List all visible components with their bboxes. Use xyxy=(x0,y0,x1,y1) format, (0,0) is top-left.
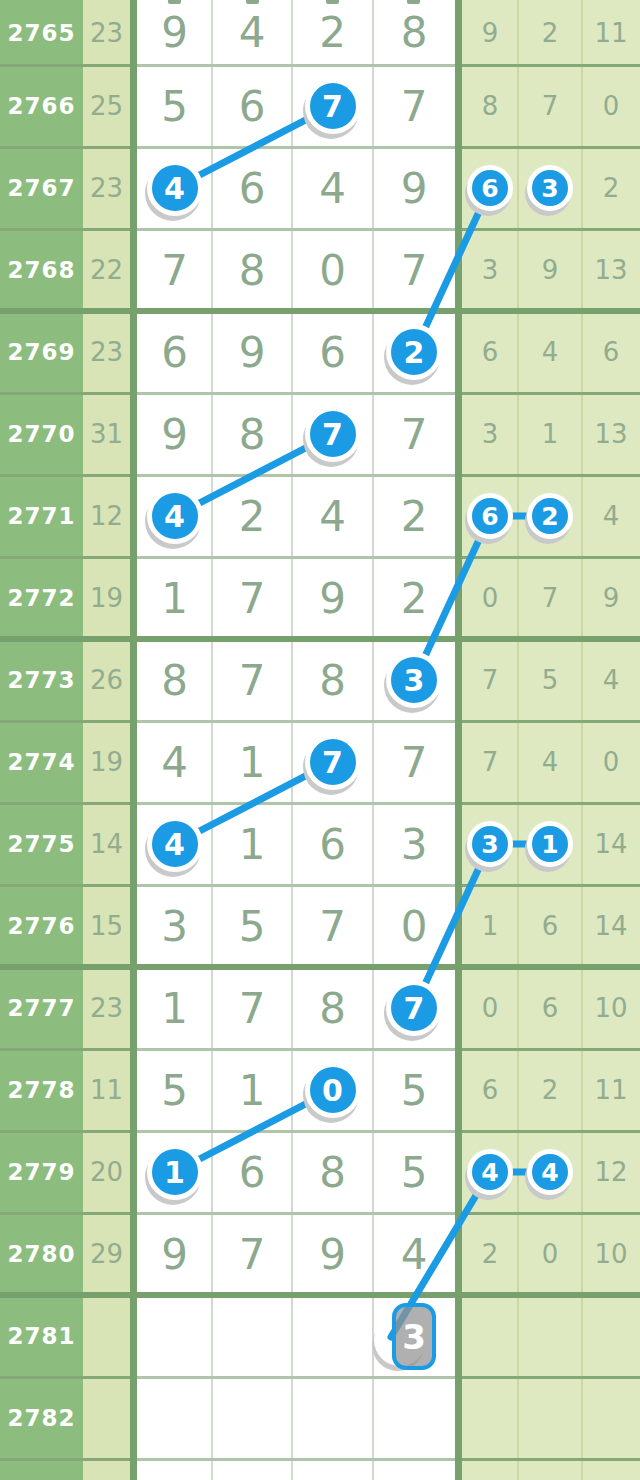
sum-value: 25 xyxy=(83,65,130,147)
digit-cell[interactable]: 5 xyxy=(212,885,292,967)
digit-cell[interactable]: 9 xyxy=(373,147,455,229)
stat-cell[interactable] xyxy=(582,1377,640,1459)
stat-cell[interactable]: 6 xyxy=(462,1049,518,1131)
digit-cell[interactable]: 0 xyxy=(373,885,455,967)
digit-cell[interactable]: 8 xyxy=(212,229,292,311)
stat-cell[interactable]: 0 xyxy=(582,65,640,147)
stat-cell[interactable] xyxy=(462,1295,518,1377)
digit-cell[interactable]: 2 xyxy=(212,475,292,557)
digit-cell[interactable]: 9 xyxy=(292,1213,373,1295)
sum-value: 23 xyxy=(83,0,130,65)
period-label: 2776 xyxy=(0,885,83,967)
highlight-circle[interactable]: 4 xyxy=(147,816,203,872)
stat-cell[interactable]: 6 xyxy=(462,311,518,393)
digit-cell[interactable]: 4 xyxy=(373,1213,455,1295)
digit-cell[interactable]: 6 xyxy=(212,1131,292,1213)
stat-cell[interactable]: 0 xyxy=(518,1213,582,1295)
sum-value: 22 xyxy=(83,229,130,311)
stat-cell[interactable]: 4 xyxy=(518,311,582,393)
digit-cell[interactable]: 6 xyxy=(212,65,292,147)
digit-cell[interactable]: 6 xyxy=(292,311,373,393)
period-label: 2769 xyxy=(0,311,83,393)
period-label: 2777 xyxy=(0,967,83,1049)
highlight-circle[interactable]: 0 xyxy=(305,1062,361,1118)
digit-cell[interactable]: 1 xyxy=(212,1049,292,1131)
stat-cell[interactable]: 2 xyxy=(462,1213,518,1295)
digit-cell[interactable]: 2 xyxy=(292,0,373,65)
period-label: 2766 xyxy=(0,65,83,147)
left-thick-border xyxy=(130,0,137,1480)
highlight-circle[interactable]: 7 xyxy=(305,78,361,134)
digit-cell[interactable]: 7 xyxy=(373,393,455,475)
digit-cell[interactable]: 8 xyxy=(292,639,373,721)
stat-cell[interactable]: 9 xyxy=(462,0,518,65)
highlight-circle[interactable]: 7 xyxy=(305,734,361,790)
digit-cell[interactable]: 9 xyxy=(137,0,212,65)
digit-cell[interactable]: 7 xyxy=(212,639,292,721)
digit-cell[interactable] xyxy=(373,1377,455,1459)
digit-cell[interactable]: 7 xyxy=(373,721,455,803)
period-label: 2779 xyxy=(0,1131,83,1213)
digit-cell[interactable]: 5 xyxy=(373,1049,455,1131)
digit-cell[interactable]: 0 xyxy=(292,229,373,311)
stat-cell[interactable]: 4 xyxy=(582,639,640,721)
stat-cell[interactable]: 1 xyxy=(462,885,518,967)
digit-cell[interactable]: 8 xyxy=(292,967,373,1049)
digit-cell[interactable]: 5 xyxy=(137,1049,212,1131)
digit-cell[interactable]: 4 xyxy=(212,0,292,65)
stat-cell[interactable]: 7 xyxy=(518,557,582,639)
stat-cell[interactable]: 11 xyxy=(582,0,640,65)
digit-cell[interactable]: 9 xyxy=(212,311,292,393)
sum-value xyxy=(83,1295,130,1377)
stat-cell[interactable] xyxy=(518,1295,582,1377)
digit-cell[interactable]: 6 xyxy=(212,147,292,229)
digit-cell[interactable]: 7 xyxy=(373,65,455,147)
digit-cell[interactable]: 1 xyxy=(137,967,212,1049)
digit-cell[interactable]: 2 xyxy=(373,475,455,557)
period-label: 2770 xyxy=(0,393,83,475)
highlight-circle[interactable]: 4 xyxy=(147,488,203,544)
stat-cell[interactable]: 2 xyxy=(518,1049,582,1131)
sum-value: 12 xyxy=(83,475,130,557)
sum-value: 23 xyxy=(83,967,130,1049)
digit-cell[interactable]: 2 xyxy=(373,557,455,639)
digit-cell[interactable]: 7 xyxy=(212,557,292,639)
digit-cell[interactable]: 8 xyxy=(373,0,455,65)
digit-cell[interactable]: 8 xyxy=(292,1131,373,1213)
digit-cell[interactable] xyxy=(137,1377,212,1459)
highlight-circle[interactable]: 1 xyxy=(527,821,573,867)
period-label: 2778 xyxy=(0,1049,83,1131)
digit-cell[interactable]: 9 xyxy=(292,557,373,639)
highlight-circle[interactable]: 4 xyxy=(467,1149,513,1195)
stat-cell[interactable]: 0 xyxy=(462,557,518,639)
digit-cell[interactable]: 6 xyxy=(292,803,373,885)
stat-cell[interactable]: 6 xyxy=(518,967,582,1049)
pending-selection-cell[interactable]: 3 xyxy=(392,1303,436,1370)
stat-cell[interactable]: 2 xyxy=(582,147,640,229)
stat-cell[interactable]: 3 xyxy=(462,229,518,311)
digit-cell[interactable]: 9 xyxy=(137,1213,212,1295)
highlight-circle[interactable]: 7 xyxy=(305,406,361,462)
highlight-circle[interactable]: 3 xyxy=(527,165,573,211)
stat-cell[interactable]: 14 xyxy=(582,885,640,967)
trend-chart-board: 2765239428921127662556778702767234649632… xyxy=(0,0,640,1480)
digit-cell[interactable]: 9 xyxy=(137,393,212,475)
period-label: 2773 xyxy=(0,639,83,721)
sum-value: 23 xyxy=(83,311,130,393)
right-thick-border xyxy=(455,0,462,1480)
digit-cell[interactable]: 3 xyxy=(373,803,455,885)
stat-cell[interactable] xyxy=(462,1377,518,1459)
stat-cell[interactable]: 10 xyxy=(582,967,640,1049)
highlight-circle[interactable]: 3 xyxy=(467,821,513,867)
period-label: 2782 xyxy=(0,1377,83,1459)
highlight-circle[interactable]: 7 xyxy=(386,980,442,1036)
digit-cell[interactable]: 5 xyxy=(137,65,212,147)
digit-cell[interactable] xyxy=(212,1295,292,1377)
digit-cell[interactable]: 8 xyxy=(137,639,212,721)
digit-cell[interactable]: 1 xyxy=(137,557,212,639)
stat-cell[interactable]: 3 xyxy=(462,393,518,475)
highlight-circle[interactable]: 6 xyxy=(467,165,513,211)
digit-cell[interactable] xyxy=(292,1295,373,1377)
sum-value: 19 xyxy=(83,721,130,803)
stat-cell[interactable] xyxy=(582,1295,640,1377)
stat-cell[interactable]: 9 xyxy=(582,557,640,639)
sum-value xyxy=(83,1377,130,1459)
stat-cell[interactable]: 0 xyxy=(582,721,640,803)
sum-value: 26 xyxy=(83,639,130,721)
period-label: 2772 xyxy=(0,557,83,639)
stat-cell[interactable]: 12 xyxy=(582,1131,640,1213)
stat-cell[interactable]: 14 xyxy=(582,803,640,885)
sum-value: 20 xyxy=(83,1131,130,1213)
stat-cell[interactable] xyxy=(518,1377,582,1459)
sum-value: 14 xyxy=(83,803,130,885)
digit-cell[interactable]: 7 xyxy=(212,967,292,1049)
digit-cell[interactable]: 6 xyxy=(137,311,212,393)
stat-cell[interactable]: 6 xyxy=(582,311,640,393)
stat-cell[interactable]: 4 xyxy=(518,721,582,803)
highlight-circle[interactable]: 3 xyxy=(386,652,442,708)
digit-cell[interactable]: 7 xyxy=(373,229,455,311)
stat-cell[interactable]: 1 xyxy=(518,393,582,475)
sum-value: 11 xyxy=(83,1049,130,1131)
digit-cell[interactable]: 1 xyxy=(212,803,292,885)
stat-cell[interactable]: 5 xyxy=(518,639,582,721)
highlight-circle[interactable]: 4 xyxy=(527,1149,573,1195)
period-label: 2767 xyxy=(0,147,83,229)
stat-cell[interactable]: 13 xyxy=(582,229,640,311)
digit-cell[interactable] xyxy=(212,1377,292,1459)
highlight-circle[interactable]: 2 xyxy=(386,324,442,380)
highlight-circle[interactable]: 1 xyxy=(147,1144,203,1200)
period-label: 2781 xyxy=(0,1295,83,1377)
digit-cell[interactable]: 4 xyxy=(292,475,373,557)
digit-cell[interactable]: 4 xyxy=(137,721,212,803)
stat-cell[interactable]: 11 xyxy=(582,1049,640,1131)
digit-cell[interactable] xyxy=(137,1295,212,1377)
sum-value: 19 xyxy=(83,557,130,639)
sum-value: 31 xyxy=(83,393,130,475)
digit-cell[interactable]: 3 xyxy=(137,885,212,967)
stat-cell[interactable]: 7 xyxy=(518,65,582,147)
highlight-circle[interactable]: 2 xyxy=(527,493,573,539)
digit-cell[interactable]: 7 xyxy=(212,1213,292,1295)
stat-cell[interactable]: 13 xyxy=(582,393,640,475)
digit-cell[interactable]: 5 xyxy=(373,1131,455,1213)
period-label: 2771 xyxy=(0,475,83,557)
digit-cell[interactable]: 4 xyxy=(292,147,373,229)
period-label: 2768 xyxy=(0,229,83,311)
highlight-circle[interactable]: 4 xyxy=(147,160,203,216)
period-label: 2780 xyxy=(0,1213,83,1295)
stat-cell[interactable]: 8 xyxy=(462,65,518,147)
digit-cell[interactable]: 7 xyxy=(292,885,373,967)
stat-cell[interactable]: 10 xyxy=(582,1213,640,1295)
period-label: 2765 xyxy=(0,0,83,65)
sum-value: 29 xyxy=(83,1213,130,1295)
stat-cell[interactable]: 0 xyxy=(462,967,518,1049)
stat-cell[interactable]: 7 xyxy=(462,639,518,721)
stat-cell[interactable]: 6 xyxy=(518,885,582,967)
sum-value: 15 xyxy=(83,885,130,967)
highlight-circle[interactable]: 6 xyxy=(467,493,513,539)
digit-cell[interactable]: 7 xyxy=(137,229,212,311)
digit-cell[interactable]: 1 xyxy=(212,721,292,803)
digit-cell[interactable]: 8 xyxy=(212,393,292,475)
sum-value: 23 xyxy=(83,147,130,229)
period-label: 2775 xyxy=(0,803,83,885)
digit-cell[interactable] xyxy=(292,1377,373,1459)
stat-cell[interactable]: 9 xyxy=(518,229,582,311)
stat-cell[interactable]: 4 xyxy=(582,475,640,557)
stat-cell[interactable]: 2 xyxy=(518,0,582,65)
stat-cell[interactable]: 7 xyxy=(462,721,518,803)
period-label: 2774 xyxy=(0,721,83,803)
